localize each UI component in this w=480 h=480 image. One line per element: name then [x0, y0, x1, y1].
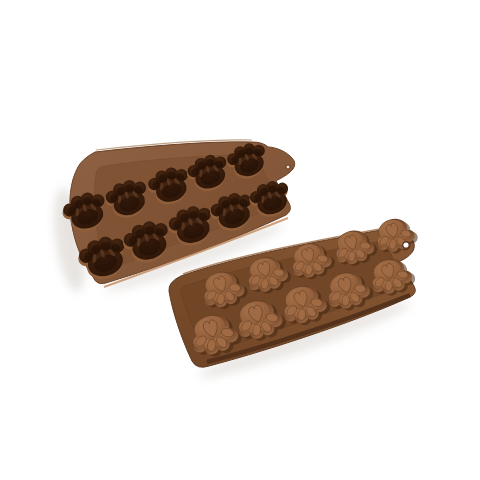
product-photo-canvas [0, 0, 480, 480]
front-mold-tab-hole [403, 242, 409, 248]
molds-photo-svg [0, 0, 480, 480]
back-mold-tab-hole [286, 165, 290, 169]
